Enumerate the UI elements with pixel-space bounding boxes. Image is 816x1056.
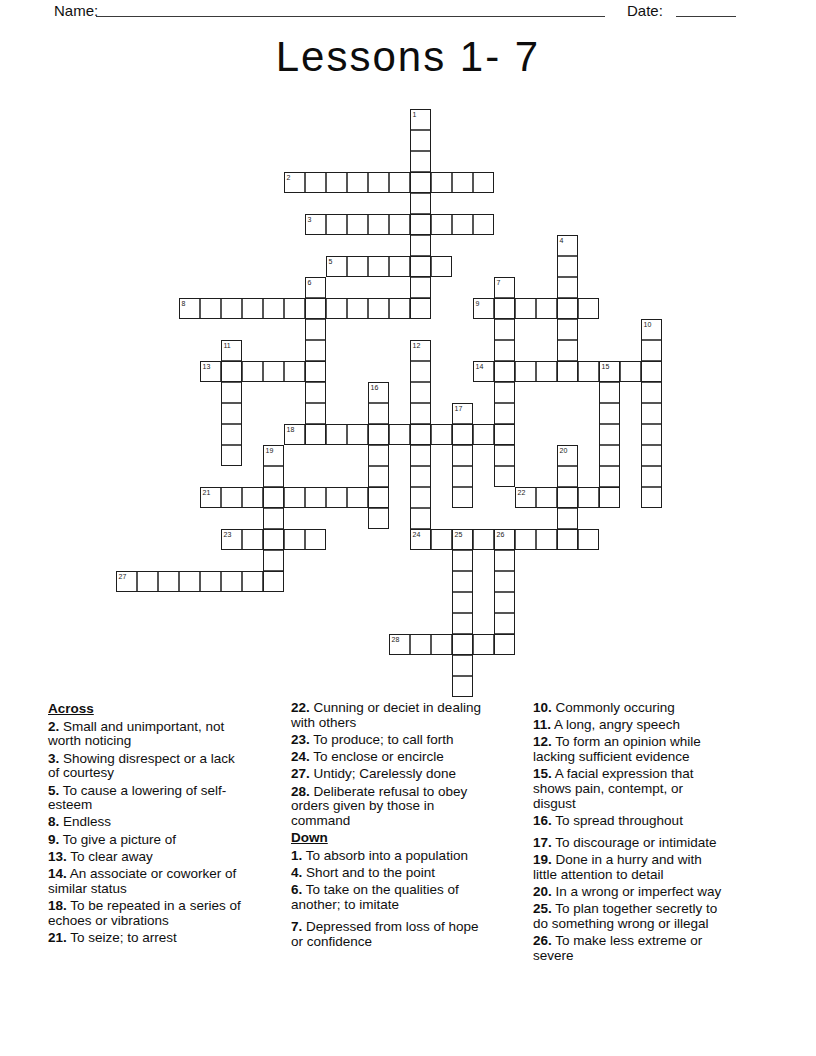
grid-cell[interactable] bbox=[305, 382, 326, 403]
clue-number-8: 8 bbox=[182, 300, 186, 307]
clue-number-18: 18 bbox=[287, 426, 295, 433]
grid-cell[interactable] bbox=[347, 487, 368, 508]
grid-cell[interactable] bbox=[368, 487, 389, 508]
grid-cell[interactable] bbox=[536, 361, 557, 382]
grid-cell[interactable] bbox=[515, 361, 536, 382]
clue-number-2: 2 bbox=[287, 174, 291, 181]
grid-cell[interactable] bbox=[452, 592, 473, 613]
grid-cell[interactable] bbox=[305, 298, 326, 319]
clue-number-25: 25 bbox=[455, 531, 463, 538]
grid-cell[interactable] bbox=[263, 487, 284, 508]
grid-cell[interactable] bbox=[494, 298, 515, 319]
grid-cell[interactable] bbox=[326, 487, 347, 508]
clue-column-3: 10. Commonly occuring11. A long, angry s… bbox=[533, 701, 728, 966]
grid-cell[interactable] bbox=[389, 424, 410, 445]
grid-cell[interactable] bbox=[410, 634, 431, 655]
grid-cell[interactable] bbox=[305, 529, 326, 550]
grid-cell[interactable] bbox=[326, 172, 347, 193]
grid-cell[interactable] bbox=[242, 361, 263, 382]
grid-cell[interactable] bbox=[410, 508, 431, 529]
grid-cell[interactable] bbox=[137, 571, 158, 592]
grid-cell[interactable] bbox=[221, 298, 242, 319]
across-clue-23: 23. To produce; to call forth bbox=[291, 733, 483, 748]
grid-cell[interactable] bbox=[431, 172, 452, 193]
grid-cell[interactable] bbox=[578, 487, 599, 508]
clue-number-13: 13 bbox=[203, 363, 211, 370]
grid-cell[interactable] bbox=[641, 340, 662, 361]
clue-number-20: 20 bbox=[560, 447, 568, 454]
clue-number-17: 17 bbox=[455, 405, 463, 412]
grid-cell[interactable] bbox=[557, 340, 578, 361]
grid-cell[interactable] bbox=[410, 403, 431, 424]
grid-cell[interactable] bbox=[305, 319, 326, 340]
grid-cell[interactable] bbox=[452, 655, 473, 676]
down-clue-1: 1. To absorb into a population bbox=[291, 849, 483, 864]
grid-cell[interactable] bbox=[263, 550, 284, 571]
grid-cell[interactable] bbox=[284, 487, 305, 508]
grid-cell[interactable] bbox=[368, 466, 389, 487]
grid-cell[interactable] bbox=[326, 424, 347, 445]
across-clue-18: 18. To be repeated in a series of echoes… bbox=[48, 899, 246, 928]
grid-cell[interactable] bbox=[578, 529, 599, 550]
grid-cell[interactable] bbox=[452, 172, 473, 193]
grid-cell[interactable] bbox=[326, 298, 347, 319]
grid-cell[interactable] bbox=[452, 613, 473, 634]
grid-cell[interactable] bbox=[494, 634, 515, 655]
grid-cell[interactable] bbox=[242, 571, 263, 592]
clue-number-22: 22 bbox=[518, 489, 526, 496]
clue-column-2: 22. Cunning or deciet in dealing with ot… bbox=[291, 701, 483, 952]
across-clue-5: 5. To cause a lowering of self-esteem bbox=[48, 784, 246, 813]
down-clue-12: 12. To form an opinion while lacking suf… bbox=[533, 735, 728, 764]
grid-cell[interactable] bbox=[494, 571, 515, 592]
clue-number-12: 12 bbox=[413, 342, 421, 349]
grid-cell[interactable] bbox=[641, 424, 662, 445]
grid-cell[interactable] bbox=[536, 529, 557, 550]
down-clue-11: 11. A long, angry speech bbox=[533, 718, 728, 733]
puzzle-title: Lessons 1- 7 bbox=[0, 33, 816, 81]
clue-number-24: 24 bbox=[413, 531, 421, 538]
grid-cell[interactable] bbox=[431, 214, 452, 235]
grid-cell[interactable] bbox=[221, 571, 242, 592]
grid-cell[interactable] bbox=[536, 487, 557, 508]
grid-cell[interactable] bbox=[200, 571, 221, 592]
grid-cell[interactable] bbox=[557, 319, 578, 340]
grid-cell[interactable] bbox=[641, 445, 662, 466]
grid-cell[interactable] bbox=[641, 403, 662, 424]
grid-cell[interactable] bbox=[599, 382, 620, 403]
clue-number-23: 23 bbox=[224, 531, 232, 538]
grid-cell[interactable] bbox=[557, 466, 578, 487]
grid-cell[interactable] bbox=[452, 214, 473, 235]
grid-cell[interactable] bbox=[368, 214, 389, 235]
grid-cell[interactable] bbox=[263, 361, 284, 382]
grid-cell[interactable] bbox=[599, 424, 620, 445]
across-clue-13: 13. To clear away bbox=[48, 850, 246, 865]
grid-cell[interactable] bbox=[284, 361, 305, 382]
grid-cell[interactable] bbox=[473, 172, 494, 193]
grid-cell[interactable] bbox=[242, 487, 263, 508]
name-input-line[interactable] bbox=[96, 2, 605, 17]
grid-cell[interactable] bbox=[494, 403, 515, 424]
down-clue-6: 6. To take on the qualities of another; … bbox=[291, 883, 483, 912]
across-clue-3: 3. Showing disrespect or a lack of court… bbox=[48, 752, 246, 781]
grid-cell[interactable] bbox=[305, 340, 326, 361]
grid-cell[interactable] bbox=[410, 256, 431, 277]
grid-cell[interactable] bbox=[305, 172, 326, 193]
across-clue-24: 24. To enclose or encircle bbox=[291, 750, 483, 765]
grid-cell[interactable] bbox=[452, 424, 473, 445]
across-heading: Across bbox=[48, 702, 246, 717]
name-label: Name: bbox=[54, 2, 98, 19]
grid-cell[interactable] bbox=[452, 571, 473, 592]
grid-cell[interactable] bbox=[452, 634, 473, 655]
down-clue-25: 25. To plan together secretly to do some… bbox=[533, 902, 728, 931]
clue-number-19: 19 bbox=[266, 447, 274, 454]
grid-cell[interactable] bbox=[410, 277, 431, 298]
grid-cell[interactable] bbox=[473, 634, 494, 655]
across-clue-27: 27. Untidy; Carelessly done bbox=[291, 767, 483, 782]
grid-cell[interactable] bbox=[410, 172, 431, 193]
across-clue-14: 14. An associate or coworker of similar … bbox=[48, 867, 246, 896]
grid-cell[interactable] bbox=[410, 193, 431, 214]
grid-cell[interactable] bbox=[410, 361, 431, 382]
grid-cell[interactable] bbox=[620, 361, 641, 382]
down-clue-26: 26. To make less extreme or severe bbox=[533, 934, 728, 963]
grid-cell[interactable] bbox=[473, 214, 494, 235]
grid-cell[interactable] bbox=[494, 466, 515, 487]
grid-cell[interactable] bbox=[389, 298, 410, 319]
grid-cell[interactable] bbox=[263, 298, 284, 319]
grid-cell[interactable] bbox=[221, 445, 242, 466]
grid-cell[interactable] bbox=[389, 256, 410, 277]
grid-cell[interactable] bbox=[263, 529, 284, 550]
grid-cell[interactable] bbox=[410, 298, 431, 319]
grid-cell[interactable] bbox=[494, 361, 515, 382]
grid-cell[interactable] bbox=[557, 508, 578, 529]
grid-cell[interactable] bbox=[431, 634, 452, 655]
grid-cell[interactable] bbox=[389, 214, 410, 235]
grid-cell[interactable] bbox=[347, 256, 368, 277]
down-clue-15: 15. A facial expression that shows pain,… bbox=[533, 767, 728, 811]
grid-cell[interactable] bbox=[452, 550, 473, 571]
grid-cell[interactable] bbox=[347, 214, 368, 235]
down-clue-17: 17. To discourage or intimidate bbox=[533, 836, 728, 851]
grid-cell[interactable] bbox=[410, 151, 431, 172]
grid-cell[interactable] bbox=[452, 445, 473, 466]
grid-cell[interactable] bbox=[221, 424, 242, 445]
grid-cell[interactable] bbox=[452, 487, 473, 508]
grid-cell[interactable] bbox=[557, 361, 578, 382]
grid-cell[interactable] bbox=[305, 403, 326, 424]
crossword-grid: 1234567891011121314151617181920212223242… bbox=[116, 109, 663, 698]
down-heading: Down bbox=[291, 831, 483, 846]
grid-cell[interactable] bbox=[221, 361, 242, 382]
grid-cell[interactable] bbox=[368, 298, 389, 319]
grid-cell[interactable] bbox=[221, 487, 242, 508]
clue-number-16: 16 bbox=[371, 384, 379, 391]
down-clue-10: 10. Commonly occuring bbox=[533, 701, 728, 716]
grid-cell[interactable] bbox=[389, 172, 410, 193]
grid-cell[interactable] bbox=[557, 277, 578, 298]
grid-cell[interactable] bbox=[368, 508, 389, 529]
grid-cell[interactable] bbox=[494, 445, 515, 466]
grid-cell[interactable] bbox=[494, 613, 515, 634]
grid-cell[interactable] bbox=[641, 466, 662, 487]
grid-cell[interactable] bbox=[431, 529, 452, 550]
grid-cell[interactable] bbox=[326, 214, 347, 235]
grid-cell[interactable] bbox=[368, 445, 389, 466]
clue-number-26: 26 bbox=[497, 531, 505, 538]
grid-cell[interactable] bbox=[641, 361, 662, 382]
across-clue-21: 21. To seize; to arrest bbox=[48, 931, 246, 946]
grid-cell[interactable] bbox=[641, 382, 662, 403]
clue-number-21: 21 bbox=[203, 489, 211, 496]
grid-cell[interactable] bbox=[515, 298, 536, 319]
grid-cell[interactable] bbox=[599, 487, 620, 508]
grid-cell[interactable] bbox=[305, 361, 326, 382]
grid-cell[interactable] bbox=[473, 424, 494, 445]
clue-number-7: 7 bbox=[497, 279, 501, 286]
grid-cell[interactable] bbox=[410, 214, 431, 235]
grid-cell[interactable] bbox=[410, 235, 431, 256]
grid-cell[interactable] bbox=[263, 571, 284, 592]
grid-cell[interactable] bbox=[557, 298, 578, 319]
grid-cell[interactable] bbox=[557, 487, 578, 508]
grid-cell[interactable] bbox=[305, 487, 326, 508]
grid-cell[interactable] bbox=[599, 403, 620, 424]
grid-cell[interactable] bbox=[494, 382, 515, 403]
down-clue-20: 20. In a wrong or imperfect way bbox=[533, 885, 728, 900]
grid-cell[interactable] bbox=[200, 298, 221, 319]
grid-cell[interactable] bbox=[368, 172, 389, 193]
clue-number-11: 11 bbox=[224, 342, 231, 349]
clue-number-9: 9 bbox=[476, 300, 480, 307]
grid-cell[interactable] bbox=[284, 298, 305, 319]
clue-number-5: 5 bbox=[329, 258, 333, 265]
down-clue-16: 16. To spread throughout bbox=[533, 814, 728, 829]
grid-cell[interactable] bbox=[368, 424, 389, 445]
grid-cell[interactable] bbox=[557, 529, 578, 550]
grid-cell[interactable] bbox=[473, 529, 494, 550]
grid-cell[interactable] bbox=[536, 298, 557, 319]
grid-cell[interactable] bbox=[578, 298, 599, 319]
across-clue-8: 8. Endless bbox=[48, 815, 246, 830]
grid-cell[interactable] bbox=[368, 256, 389, 277]
grid-cell[interactable] bbox=[557, 256, 578, 277]
clue-number-15: 15 bbox=[602, 363, 610, 370]
clue-column-1: Across2. Small and unimportant, not wort… bbox=[48, 701, 246, 948]
grid-cell[interactable] bbox=[368, 403, 389, 424]
grid-cell[interactable] bbox=[410, 130, 431, 151]
grid-cell[interactable] bbox=[410, 487, 431, 508]
clue-number-1: 1 bbox=[413, 111, 417, 118]
grid-cell[interactable] bbox=[242, 298, 263, 319]
clue-number-3: 3 bbox=[308, 216, 312, 223]
grid-cell[interactable] bbox=[578, 361, 599, 382]
clue-number-6: 6 bbox=[308, 279, 312, 286]
grid-cell[interactable] bbox=[221, 382, 242, 403]
grid-cell[interactable] bbox=[242, 529, 263, 550]
grid-cell[interactable] bbox=[347, 298, 368, 319]
clue-number-10: 10 bbox=[644, 321, 652, 328]
down-clue-7: 7. Depressed from loss of hope or confid… bbox=[291, 920, 483, 949]
grid-cell[interactable] bbox=[431, 424, 452, 445]
across-clue-28: 28. Deliberate refusal to obey orders gi… bbox=[291, 785, 483, 829]
grid-cell[interactable] bbox=[494, 319, 515, 340]
grid-cell[interactable] bbox=[347, 172, 368, 193]
grid-cell[interactable] bbox=[347, 424, 368, 445]
worksheet-page: Name: Date: Lessons 1- 7 123456789101112… bbox=[0, 0, 816, 1056]
grid-cell[interactable] bbox=[305, 424, 326, 445]
grid-cell[interactable] bbox=[494, 424, 515, 445]
grid-cell[interactable] bbox=[494, 340, 515, 361]
grid-cell[interactable] bbox=[179, 571, 200, 592]
date-input-line[interactable] bbox=[676, 2, 736, 17]
grid-cell[interactable] bbox=[410, 466, 431, 487]
grid-cell[interactable] bbox=[221, 403, 242, 424]
down-clue-19: 19. Done in a hurry and with little atte… bbox=[533, 853, 728, 882]
across-clue-22: 22. Cunning or deciet in dealing with ot… bbox=[291, 701, 483, 730]
clue-number-28: 28 bbox=[392, 636, 400, 643]
clue-number-27: 27 bbox=[119, 573, 127, 580]
grid-cell[interactable] bbox=[263, 508, 284, 529]
grid-cell[interactable] bbox=[410, 424, 431, 445]
grid-cell[interactable] bbox=[158, 571, 179, 592]
grid-cell[interactable] bbox=[284, 529, 305, 550]
clue-number-4: 4 bbox=[560, 237, 564, 244]
grid-cell[interactable] bbox=[452, 676, 473, 697]
grid-cell[interactable] bbox=[263, 466, 284, 487]
date-label: Date: bbox=[627, 2, 663, 19]
grid-cell[interactable] bbox=[494, 550, 515, 571]
across-clue-9: 9. To give a picture of bbox=[48, 833, 246, 848]
down-clue-4: 4. Short and to the point bbox=[291, 866, 483, 881]
grid-cell[interactable] bbox=[431, 256, 452, 277]
grid-cell[interactable] bbox=[494, 592, 515, 613]
clue-number-14: 14 bbox=[476, 363, 484, 370]
grid-cell[interactable] bbox=[410, 445, 431, 466]
grid-cell[interactable] bbox=[410, 382, 431, 403]
grid-cell[interactable] bbox=[599, 445, 620, 466]
grid-cell[interactable] bbox=[515, 529, 536, 550]
grid-cell[interactable] bbox=[452, 466, 473, 487]
grid-cell[interactable] bbox=[599, 466, 620, 487]
grid-cell[interactable] bbox=[641, 487, 662, 508]
across-clue-2: 2. Small and unimportant, not worth noti… bbox=[48, 720, 246, 749]
